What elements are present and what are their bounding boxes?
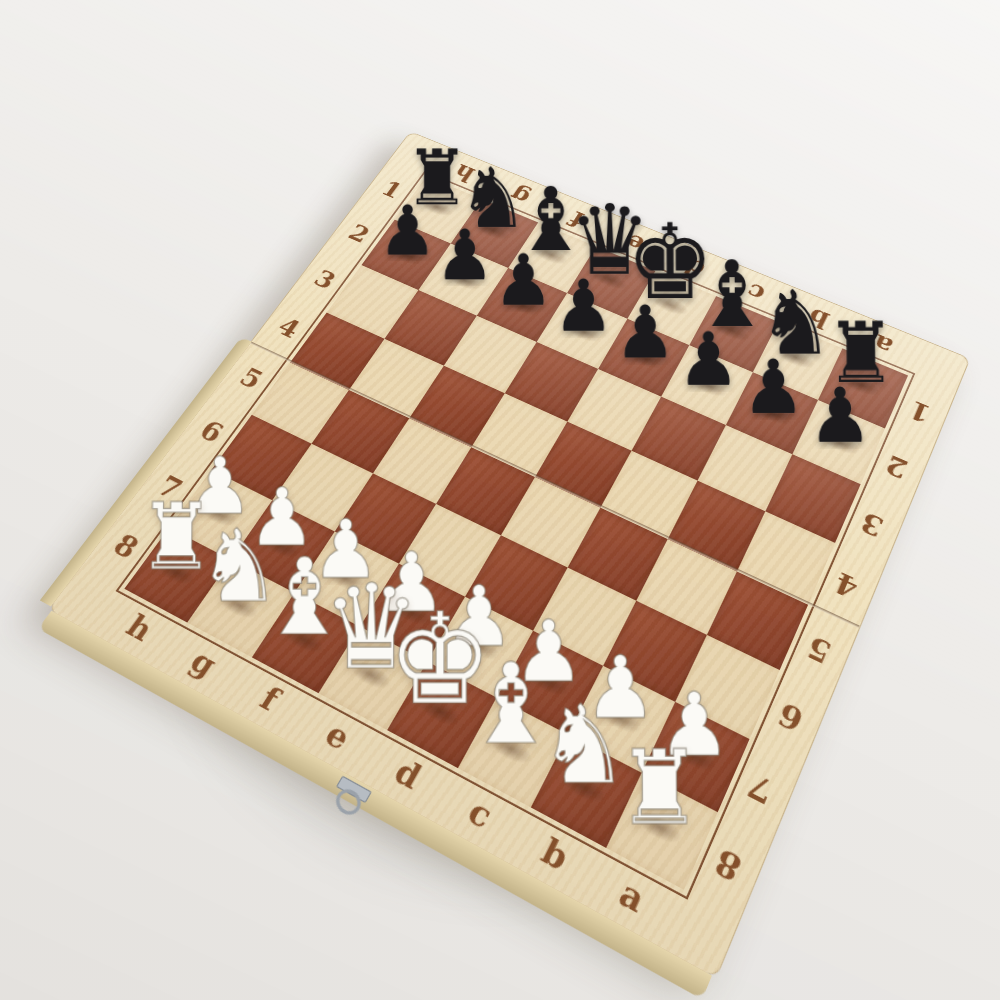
square-a5[interactable] xyxy=(707,571,808,670)
square-c5[interactable] xyxy=(568,508,668,601)
rank-label-right-3: 3 xyxy=(843,497,901,552)
photo-scene: 1122334455667788hhggffeeddccbbaa♜♞♝♛♚♝♞♜… xyxy=(0,0,1000,1000)
rank-label-right-2: 2 xyxy=(868,440,925,493)
square-a4[interactable] xyxy=(737,511,835,604)
square-b5[interactable] xyxy=(636,539,737,635)
square-d5[interactable] xyxy=(501,477,600,568)
rank-label-right-4: 4 xyxy=(816,556,876,614)
square-b4[interactable] xyxy=(668,481,766,572)
clasp-ring xyxy=(331,784,366,820)
white-rook-glyph: ♜ xyxy=(589,737,729,840)
rank-label-right-1: 1 xyxy=(892,387,947,437)
board: 1122334455667788hhggffeeddccbbaa♜♞♝♛♚♝♞♜… xyxy=(47,131,970,979)
